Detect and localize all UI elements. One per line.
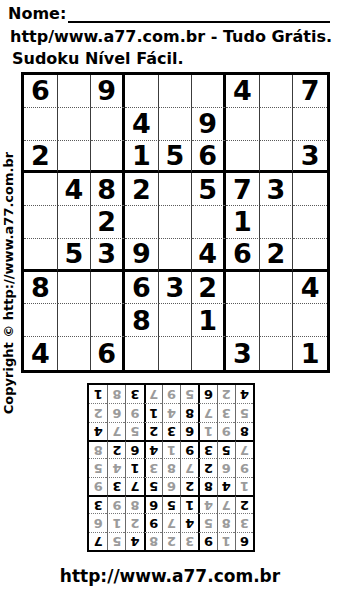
puzzle-cell-r5c2: [58, 206, 92, 239]
solution-cell-r3c9: 3: [89, 495, 107, 513]
puzzle-cell-r8c2: [58, 304, 92, 337]
puzzle-cell-r1c5: [159, 75, 193, 108]
puzzle-cell-r1c4: [125, 75, 159, 108]
solution-cell-r9c8: 8: [107, 385, 125, 403]
solution-cell-r3c8: 9: [107, 495, 125, 513]
solution-cell-r5c9: 5: [89, 458, 107, 476]
puzzle-cell-r8c9: [293, 304, 327, 337]
solution-cell-r7c6: 2: [144, 422, 162, 440]
puzzle-cell-r8c8: [260, 304, 294, 337]
puzzle-cell-r5c9: [293, 206, 327, 239]
puzzle-cell-r2c3: [91, 108, 125, 141]
puzzle-cell-r2c9: [293, 108, 327, 141]
puzzle-cell-r8c6: 1: [192, 304, 226, 337]
puzzle-cell-r9c6: [192, 337, 226, 370]
solution-cell-r7c1: 8: [235, 422, 253, 440]
name-row: Nome:: [8, 4, 330, 23]
puzzle-cell-r3c1: 2: [24, 141, 58, 174]
puzzle-cell-r4c2: 4: [58, 173, 92, 206]
solution-cell-r7c5: 3: [162, 422, 180, 440]
solution-cell-r1c4: 3: [180, 532, 198, 550]
puzzle-cell-r1c9: 7: [293, 75, 327, 108]
solution-cell-r9c2: 2: [217, 385, 235, 403]
solution-cell-r5c5: 8: [162, 458, 180, 476]
puzzle-cell-r6c2: 5: [58, 239, 92, 272]
puzzle-cell-r9c4: [125, 337, 159, 370]
copyright-vertical-text: Copyright © http://www.a77.com.br: [1, 143, 17, 423]
solution-grid-rotated: 6193284573854792162741568931482657399627…: [87, 383, 255, 552]
puzzle-cell-r4c9: [293, 173, 327, 206]
puzzle-cell-r5c7: 1: [226, 206, 260, 239]
solution-cell-r6c3: 3: [198, 440, 216, 458]
solution-cell-r5c4: 7: [180, 458, 198, 476]
puzzle-cell-r9c1: 4: [24, 337, 58, 370]
puzzle-cell-r9c7: 3: [226, 337, 260, 370]
solution-cell-r1c2: 1: [217, 532, 235, 550]
puzzle-cell-r3c7: [226, 141, 260, 174]
puzzle-cell-r5c6: [192, 206, 226, 239]
puzzle-cell-r3c5: 5: [159, 141, 193, 174]
solution-cell-r3c6: 6: [144, 495, 162, 513]
puzzle-cell-r5c5: [159, 206, 193, 239]
solution-cell-r4c8: 3: [107, 477, 125, 495]
solution-cell-r3c2: 7: [217, 495, 235, 513]
solution-cell-r3c5: 5: [162, 495, 180, 513]
puzzle-cell-r4c3: 8: [91, 173, 125, 206]
solution-cell-r2c5: 7: [162, 513, 180, 531]
solution-cell-r1c3: 9: [198, 532, 216, 550]
sudoku-grid: 694749215634825732153946286324814631: [21, 72, 330, 373]
solution-cell-r9c1: 4: [235, 385, 253, 403]
site-tagline: http/www.a77.com.br - Tudo Grátis.: [10, 27, 332, 46]
solution-cell-r1c1: 6: [235, 532, 253, 550]
puzzle-cell-r2c6: 9: [192, 108, 226, 141]
solution-cell-r3c7: 8: [125, 495, 143, 513]
puzzle-cell-r1c6: [192, 75, 226, 108]
puzzle-cell-r3c3: [91, 141, 125, 174]
solution-cell-r1c6: 8: [144, 532, 162, 550]
solution-cell-r4c3: 8: [198, 477, 216, 495]
puzzle-cell-r9c5: [159, 337, 193, 370]
solution-cell-r9c6: 7: [144, 385, 162, 403]
puzzle-cell-r8c1: [24, 304, 58, 337]
puzzle-cell-r7c6: 2: [192, 272, 226, 305]
puzzle-cell-r8c5: [159, 304, 193, 337]
solution-cell-r4c4: 2: [180, 477, 198, 495]
solution-cell-r9c3: 6: [198, 385, 216, 403]
puzzle-cell-r7c4: 6: [125, 272, 159, 305]
solution-cell-r2c1: 3: [235, 513, 253, 531]
solution-cell-r2c4: 4: [180, 513, 198, 531]
solution-cell-r1c9: 7: [89, 532, 107, 550]
solution-cell-r5c8: 4: [107, 458, 125, 476]
solution-cell-r6c7: 6: [125, 440, 143, 458]
solution-cell-r3c1: 2: [235, 495, 253, 513]
solution-cell-r3c3: 4: [198, 495, 216, 513]
solution-cell-r8c3: 7: [198, 403, 216, 421]
solution-cell-r5c6: 3: [144, 458, 162, 476]
puzzle-cell-r4c4: 2: [125, 173, 159, 206]
footer-url: http://www.a77.com.br: [0, 566, 340, 586]
solution-cell-r4c1: 1: [235, 477, 253, 495]
solution-cell-r9c7: 3: [125, 385, 143, 403]
solution-cell-r5c7: 1: [125, 458, 143, 476]
puzzle-cell-r4c8: 3: [260, 173, 294, 206]
puzzle-cell-r5c3: 2: [91, 206, 125, 239]
solution-cell-r9c5: 9: [162, 385, 180, 403]
puzzle-cell-r2c7: [226, 108, 260, 141]
solution-cell-r7c7: 5: [125, 422, 143, 440]
solution-cell-r4c6: 5: [144, 477, 162, 495]
solution-cell-r2c8: 1: [107, 513, 125, 531]
solution-cell-r4c7: 7: [125, 477, 143, 495]
solution-cell-r2c3: 5: [198, 513, 216, 531]
puzzle-cell-r9c2: [58, 337, 92, 370]
solution-cell-r4c9: 9: [89, 477, 107, 495]
puzzle-cell-r7c7: [226, 272, 260, 305]
puzzle-cell-r6c7: 6: [226, 239, 260, 272]
solution-cell-r8c8: 6: [107, 403, 125, 421]
solution-cell-r9c9: 1: [89, 385, 107, 403]
puzzle-cell-r7c1: 8: [24, 272, 58, 305]
name-label: Nome:: [8, 4, 66, 23]
puzzle-cell-r5c8: [260, 206, 294, 239]
solution-cell-r6c6: 4: [144, 440, 162, 458]
puzzle-cell-r8c4: 8: [125, 304, 159, 337]
solution-cell-r7c2: 9: [217, 422, 235, 440]
puzzle-cell-r8c3: [91, 304, 125, 337]
solution-cell-r2c2: 8: [217, 513, 235, 531]
puzzle-cell-r3c9: 3: [293, 141, 327, 174]
puzzle-cell-r9c3: 6: [91, 337, 125, 370]
puzzle-cell-r1c7: 4: [226, 75, 260, 108]
puzzle-cell-r5c4: [125, 206, 159, 239]
puzzle-cell-r6c5: [159, 239, 193, 272]
solution-cell-r5c2: 6: [217, 458, 235, 476]
solution-cell-r7c8: 7: [107, 422, 125, 440]
solution-cell-r6c2: 5: [217, 440, 235, 458]
puzzle-cell-r7c5: 3: [159, 272, 193, 305]
solution-cell-r3c4: 1: [180, 495, 198, 513]
puzzle-cell-r6c1: [24, 239, 58, 272]
puzzle-cell-r9c8: [260, 337, 294, 370]
solution-cell-r8c6: 1: [144, 403, 162, 421]
solution-cell-r6c9: 8: [89, 440, 107, 458]
solution-cell-r8c2: 3: [217, 403, 235, 421]
puzzle-cell-r4c1: [24, 173, 58, 206]
solution-cell-r1c5: 2: [162, 532, 180, 550]
solution-cell-r7c9: 4: [89, 422, 107, 440]
solution-cell-r8c7: 9: [125, 403, 143, 421]
puzzle-cell-r2c5: [159, 108, 193, 141]
solution-cell-r1c8: 5: [107, 532, 125, 550]
puzzle-cell-r3c2: [58, 141, 92, 174]
solution-cell-r2c7: 2: [125, 513, 143, 531]
solution-cell-r5c1: 9: [235, 458, 253, 476]
difficulty-title: Sudoku Nível Fácil.: [12, 49, 184, 68]
solution-cell-r2c6: 9: [144, 513, 162, 531]
puzzle-cell-r9c9: 1: [293, 337, 327, 370]
puzzle-cell-r6c6: 4: [192, 239, 226, 272]
solution-cell-r8c5: 4: [162, 403, 180, 421]
puzzle-cell-r6c3: 3: [91, 239, 125, 272]
solution-cell-r7c3: 1: [198, 422, 216, 440]
puzzle-cell-r6c9: [293, 239, 327, 272]
puzzle-cell-r3c6: 6: [192, 141, 226, 174]
solution-cell-r1c7: 4: [125, 532, 143, 550]
puzzle-cell-r2c2: [58, 108, 92, 141]
solution-cell-r6c8: 2: [107, 440, 125, 458]
solution-cell-r6c5: 1: [162, 440, 180, 458]
solution-cell-r6c1: 7: [235, 440, 253, 458]
solution-cell-r9c4: 5: [180, 385, 198, 403]
puzzle-cell-r7c8: [260, 272, 294, 305]
puzzle-cell-r8c7: [226, 304, 260, 337]
name-blank-line: [68, 6, 330, 23]
solution-cell-r7c4: 6: [180, 422, 198, 440]
sudoku-worksheet-page: Nome: http/www.a77.com.br - Tudo Grátis.…: [0, 0, 340, 596]
solution-cell-r8c1: 5: [235, 403, 253, 421]
puzzle-cell-r1c8: [260, 75, 294, 108]
puzzle-cell-r4c6: 5: [192, 173, 226, 206]
solution-cell-r8c9: 2: [89, 403, 107, 421]
solution-cell-r5c3: 2: [198, 458, 216, 476]
puzzle-cell-r6c4: 9: [125, 239, 159, 272]
puzzle-cell-r7c2: [58, 272, 92, 305]
puzzle-cell-r5c1: [24, 206, 58, 239]
puzzle-cell-r3c8: [260, 141, 294, 174]
puzzle-cell-r7c3: [91, 272, 125, 305]
puzzle-cell-r2c4: 4: [125, 108, 159, 141]
solution-cell-r8c4: 8: [180, 403, 198, 421]
puzzle-cell-r4c5: [159, 173, 193, 206]
solution-cell-r2c9: 6: [89, 513, 107, 531]
puzzle-cell-r2c8: [260, 108, 294, 141]
puzzle-cell-r7c9: 4: [293, 272, 327, 305]
solution-cell-r4c5: 6: [162, 477, 180, 495]
solution-cell-r4c2: 4: [217, 477, 235, 495]
puzzle-cell-r4c7: 7: [226, 173, 260, 206]
solution-cell-r6c4: 9: [180, 440, 198, 458]
puzzle-cell-r6c8: 2: [260, 239, 294, 272]
puzzle-cell-r2c1: [24, 108, 58, 141]
puzzle-cell-r3c4: 1: [125, 141, 159, 174]
puzzle-cell-r1c3: 9: [91, 75, 125, 108]
puzzle-cell-r1c2: [58, 75, 92, 108]
puzzle-cell-r1c1: 6: [24, 75, 58, 108]
